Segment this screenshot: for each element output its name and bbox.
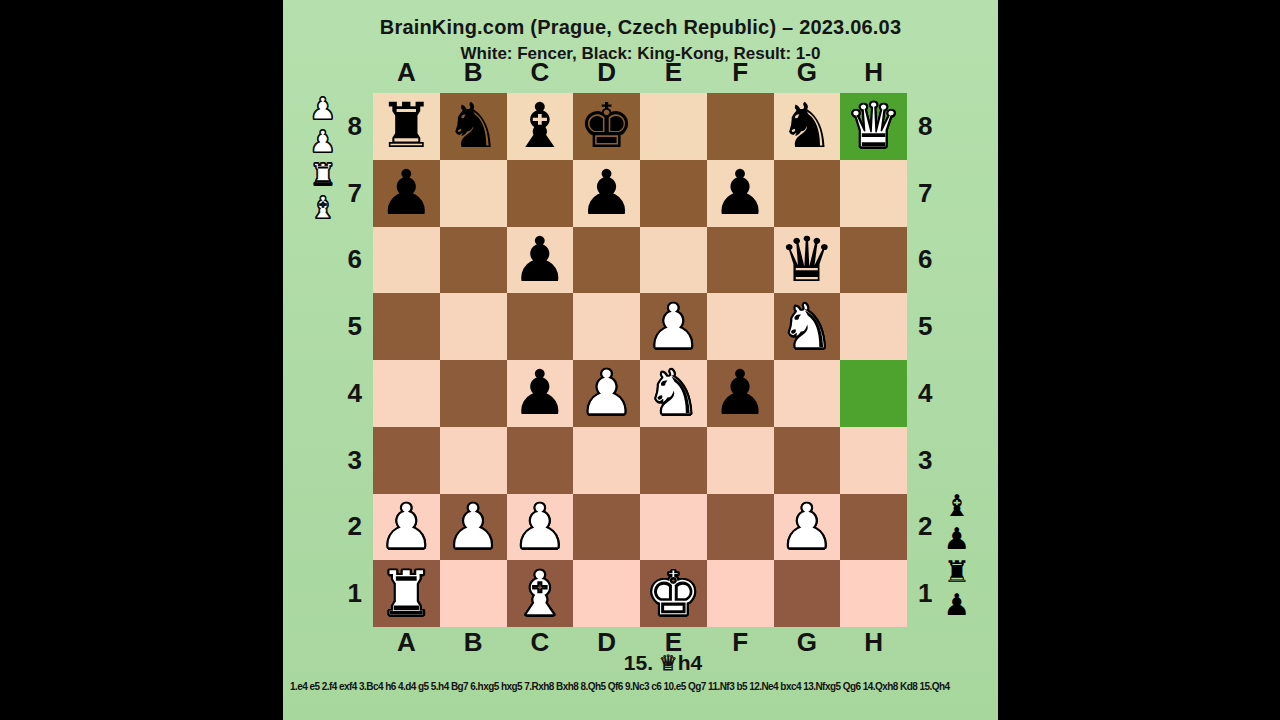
square-h3[interactable] [840,427,907,494]
black-king: ♚ [579,95,635,157]
square-b8[interactable]: ♞ [440,93,507,160]
square-c8[interactable]: ♝ [507,93,574,160]
rank-label-3: 3 [913,427,957,494]
left-letterbox-bar [0,0,283,720]
rank-label-5: 5 [323,293,367,360]
square-e5[interactable]: ♟ [640,293,707,360]
captured-white-tray: ♟♟♜♝ [305,94,341,223]
file-label-d: D [573,59,640,85]
square-e4[interactable]: ♞ [640,360,707,427]
square-h6[interactable] [840,227,907,294]
square-b1[interactable] [440,560,507,627]
last-move-annotation: 15. ♕h4 [624,651,702,675]
captured-white-pawn: ♟ [310,127,337,157]
rank-label-6: 6 [323,227,367,294]
square-f8[interactable] [707,93,774,160]
rank-label-2: 2 [323,494,367,561]
square-d4[interactable]: ♟ [573,360,640,427]
square-g5[interactable]: ♞ [774,293,841,360]
square-f4[interactable]: ♟ [707,360,774,427]
file-label-h: H [840,59,907,85]
rank-label-6: 6 [913,227,957,294]
square-e8[interactable] [640,93,707,160]
square-e2[interactable] [640,494,707,561]
video-frame: BrainKing.com (Prague, Czech Republic) –… [0,0,1280,720]
file-label-b: B [440,59,507,85]
rank-label-1: 1 [323,560,367,627]
square-d2[interactable] [573,494,640,561]
square-h8[interactable]: ♛ [840,93,907,160]
square-f6[interactable] [707,227,774,294]
captured-white-rook: ♜ [310,160,337,190]
rank-label-4: 4 [913,360,957,427]
white-queen: ♛ [846,95,902,157]
square-b3[interactable] [440,427,507,494]
square-g1[interactable] [774,560,841,627]
captured-white-pawn: ♟ [310,94,337,124]
black-pawn: ♟ [379,162,435,224]
square-g8[interactable]: ♞ [774,93,841,160]
square-g4[interactable] [774,360,841,427]
square-d6[interactable] [573,227,640,294]
file-label-h: H [840,629,907,655]
file-label-c: C [507,59,574,85]
file-label-g: G [774,59,841,85]
square-h5[interactable] [840,293,907,360]
square-b4[interactable] [440,360,507,427]
square-b5[interactable] [440,293,507,360]
square-h2[interactable] [840,494,907,561]
black-pawn: ♟ [712,362,768,424]
rank-label-2: 2 [913,494,957,561]
white-bishop: ♝ [512,563,568,625]
rank-label-4: 4 [323,360,367,427]
black-rook: ♜ [379,95,435,157]
white-king: ♚ [646,563,702,625]
black-pawn: ♟ [712,162,768,224]
rank-label-8: 8 [913,93,957,160]
move-list: 1.e4 e5 2.f4 exf4 3.Bc4 h6 4.d4 g5 5.h4 … [290,681,950,692]
square-f2[interactable] [707,494,774,561]
file-label-c: C [507,629,574,655]
white-pawn: ♟ [579,362,635,424]
right-letterbox-bar [998,0,1280,720]
file-label-a: A [373,629,440,655]
square-c2[interactable]: ♟ [507,494,574,561]
square-a2[interactable]: ♟ [373,494,440,561]
square-b7[interactable] [440,160,507,227]
black-knight: ♞ [445,95,501,157]
square-g6[interactable]: ♛ [774,227,841,294]
square-c4[interactable]: ♟ [507,360,574,427]
square-e6[interactable] [640,227,707,294]
rank-label-3: 3 [323,427,367,494]
square-h1[interactable] [840,560,907,627]
file-label-f: F [707,629,774,655]
square-c7[interactable] [507,160,574,227]
white-rook: ♜ [379,563,435,625]
white-pawn: ♟ [646,296,702,358]
square-a6[interactable] [373,227,440,294]
black-bishop: ♝ [512,95,568,157]
square-d7[interactable]: ♟ [573,160,640,227]
square-a5[interactable] [373,293,440,360]
square-h4[interactable] [840,360,907,427]
file-label-b: B [440,629,507,655]
file-label-a: A [373,59,440,85]
square-f1[interactable] [707,560,774,627]
white-knight: ♞ [779,296,835,358]
rank-label-1: 1 [913,560,957,627]
square-e3[interactable] [640,427,707,494]
square-d5[interactable] [573,293,640,360]
white-pawn: ♟ [512,496,568,558]
square-h7[interactable] [840,160,907,227]
black-pawn: ♟ [512,362,568,424]
rank-label-5: 5 [913,293,957,360]
white-pawn: ♟ [445,496,501,558]
rank-labels-right: 87654321 [913,93,957,627]
black-pawn: ♟ [579,162,635,224]
file-label-f: F [707,59,774,85]
game-panel: BrainKing.com (Prague, Czech Republic) –… [283,0,998,720]
white-pawn: ♟ [379,496,435,558]
square-g3[interactable] [774,427,841,494]
file-labels-top: ABCDEFGH [373,59,907,85]
page-title: BrainKing.com (Prague, Czech Republic) –… [283,16,998,39]
black-queen: ♛ [779,229,835,291]
black-knight: ♞ [779,95,835,157]
file-label-e: E [640,59,707,85]
square-c1[interactable]: ♝ [507,560,574,627]
square-c5[interactable] [507,293,574,360]
file-label-g: G [774,629,841,655]
captured-white-bishop: ♝ [310,193,337,223]
square-g2[interactable]: ♟ [774,494,841,561]
square-a7[interactable]: ♟ [373,160,440,227]
square-b2[interactable]: ♟ [440,494,507,561]
white-knight: ♞ [646,362,702,424]
square-a1[interactable]: ♜ [373,560,440,627]
square-a4[interactable] [373,360,440,427]
square-a3[interactable] [373,427,440,494]
rank-label-7: 7 [913,160,957,227]
square-f7[interactable]: ♟ [707,160,774,227]
chess-board: ♜♞♝♚♞♛♟♟♟♟♛♟♞♟♟♞♟♟♟♟♟♜♝♚ [373,93,907,627]
black-pawn: ♟ [512,229,568,291]
square-a8[interactable]: ♜ [373,93,440,160]
square-d3[interactable] [573,427,640,494]
square-c6[interactable]: ♟ [507,227,574,294]
square-b6[interactable] [440,227,507,294]
square-d8[interactable]: ♚ [573,93,640,160]
square-f3[interactable] [707,427,774,494]
square-g7[interactable] [774,160,841,227]
white-pawn: ♟ [779,496,835,558]
square-f5[interactable] [707,293,774,360]
square-e1[interactable]: ♚ [640,560,707,627]
square-c3[interactable] [507,427,574,494]
square-e7[interactable] [640,160,707,227]
square-d1[interactable] [573,560,640,627]
